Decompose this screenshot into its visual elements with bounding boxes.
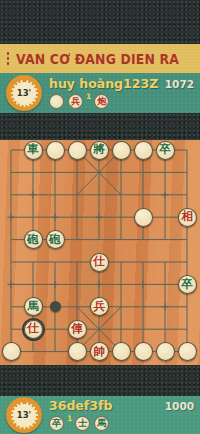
piece-相[interactable]: 相: [178, 208, 197, 227]
piece-卒[interactable]: 卒: [178, 275, 197, 294]
piece-兵[interactable]: 兵: [90, 297, 109, 316]
piece-帥[interactable]: 帥: [90, 342, 109, 361]
face-down-piece[interactable]: [68, 141, 87, 160]
piece-砲[interactable]: 砲: [24, 230, 43, 249]
piece-馬[interactable]: 馬: [24, 297, 43, 316]
face-down-piece[interactable]: [2, 342, 21, 361]
top-player-clock-time: 13': [11, 80, 38, 107]
piece-仕[interactable]: 仕: [24, 320, 43, 339]
captured-count-badge: 1: [67, 414, 72, 423]
xiangqi-board[interactable]: 車將卒相砲砲仕卒馬兵仕俥帥: [0, 140, 200, 365]
hamburger-menu-icon[interactable]: [7, 52, 9, 65]
captured-piece-馬: 馬: [94, 416, 109, 431]
captured-face-down-piece: [49, 94, 64, 109]
bottom-player-rating: 1000: [165, 400, 194, 412]
bottom-player-clock-icon: 13': [6, 397, 42, 433]
last-move-origin-dot: [50, 301, 61, 312]
top-player-captured-tray: 兵1炮: [49, 92, 194, 110]
lower-board-margin: [0, 365, 200, 396]
captured-piece-卒: 卒: [49, 416, 64, 431]
piece-砲[interactable]: 砲: [46, 230, 65, 249]
title-bar: VAN CƠ ĐANG DIEN RA: [0, 44, 200, 73]
bottom-player-name: 36def3fb: [49, 398, 112, 413]
bottom-player-bar: 13' 36def3fb 1000 卒1士馬: [0, 396, 200, 434]
face-down-piece[interactable]: [112, 141, 131, 160]
face-down-piece[interactable]: [178, 342, 197, 361]
top-player-bar: 13' huy hoàng123Z 1072 兵1炮: [0, 73, 200, 113]
piece-車[interactable]: 車: [24, 141, 43, 160]
captured-piece-兵: 兵: [68, 94, 83, 109]
bottom-player-info: 36def3fb 1000 卒1士馬: [49, 398, 194, 432]
captured-piece-士: 士: [75, 416, 90, 431]
piece-仕[interactable]: 仕: [90, 253, 109, 272]
page-title: VAN CƠ ĐANG DIEN RA: [16, 51, 179, 67]
face-down-piece[interactable]: [134, 208, 153, 227]
app-screen: VAN CƠ ĐANG DIEN RA 13' huy hoàng123Z 10…: [0, 0, 200, 434]
bottom-player-captured-tray: 卒1士馬: [49, 414, 194, 432]
face-down-piece[interactable]: [134, 141, 153, 160]
top-background: [0, 0, 200, 44]
piece-將[interactable]: 將: [90, 141, 109, 160]
top-player-rating: 1072: [165, 78, 194, 90]
top-player-name: huy hoàng123Z: [49, 76, 158, 91]
bottom-player-clock-time: 13': [11, 402, 38, 429]
face-down-piece[interactable]: [68, 342, 87, 361]
face-down-piece[interactable]: [156, 342, 175, 361]
top-player-clock-icon: 13': [6, 75, 42, 111]
face-down-piece[interactable]: [134, 342, 153, 361]
piece-卒[interactable]: 卒: [156, 141, 175, 160]
face-down-piece[interactable]: [112, 342, 131, 361]
top-player-info: huy hoàng123Z 1072 兵1炮: [49, 76, 194, 110]
captured-count-badge: 1: [86, 92, 91, 101]
upper-board-margin: [0, 113, 200, 140]
face-down-piece[interactable]: [46, 141, 65, 160]
captured-piece-炮: 炮: [94, 94, 109, 109]
piece-俥[interactable]: 俥: [68, 320, 87, 339]
